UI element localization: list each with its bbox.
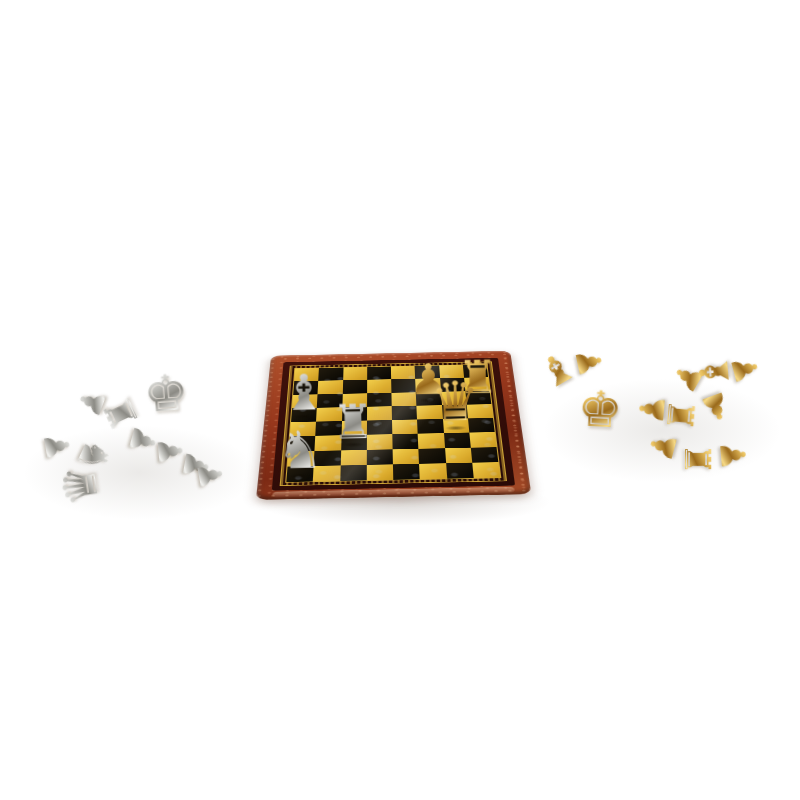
- square-f2: [419, 448, 446, 464]
- square-c2: [340, 450, 366, 466]
- square-a8: [294, 368, 319, 381]
- square-b8: [318, 368, 343, 381]
- square-g1: [446, 463, 474, 479]
- square-e7: [391, 379, 416, 393]
- square-f1: [419, 463, 446, 479]
- square-e2: [393, 448, 420, 464]
- square-d8: [367, 367, 391, 380]
- chess-board: ♝♞♜♟♛♜: [256, 351, 531, 500]
- square-h2: [471, 447, 499, 463]
- gold-rook-toppled: ♜: [661, 398, 700, 433]
- square-a6: [292, 394, 318, 408]
- square-e4: [392, 419, 418, 434]
- silver-knight-on-a1: ♞: [267, 425, 331, 478]
- square-f3: [418, 433, 445, 448]
- product-photo-scene: ♟♜♚♟♞♟♟♟♟♛ ♝♞♜♟♛♜ ♝♟♚♟♜♟♝♟♟♟♜♟: [0, 0, 800, 800]
- square-d7: [367, 379, 392, 393]
- gold-rook-toppled: ♜: [679, 443, 715, 475]
- gold-pawn-toppled: ♟: [570, 344, 608, 380]
- square-c7: [342, 380, 367, 394]
- square-b7: [318, 380, 343, 394]
- square-d1: [367, 464, 394, 480]
- gold-pawn-toppled: ♟: [696, 386, 736, 428]
- gold-king-standing: ♚: [576, 383, 623, 435]
- square-e5: [392, 406, 418, 420]
- square-e3: [392, 434, 418, 449]
- gold-pawn-toppled: ♟: [715, 439, 752, 472]
- square-g3: [444, 433, 471, 448]
- square-d2: [367, 449, 393, 465]
- square-h1: [472, 462, 500, 478]
- gold-queen-on-g4: ♛: [425, 373, 487, 429]
- silver-rook-on-c3: ♜: [322, 398, 384, 446]
- square-g2: [445, 447, 472, 463]
- square-h3: [469, 432, 496, 447]
- square-c8: [343, 367, 367, 380]
- square-e6: [391, 392, 416, 406]
- square-a7: [293, 381, 318, 395]
- silver-queen-toppled: ♛: [54, 462, 105, 509]
- square-e8: [391, 366, 415, 379]
- square-e1: [393, 464, 420, 480]
- silver-king-standing: ♚: [142, 367, 190, 420]
- square-c1: [340, 465, 367, 481]
- silver-pawn-toppled: ♟: [192, 458, 228, 492]
